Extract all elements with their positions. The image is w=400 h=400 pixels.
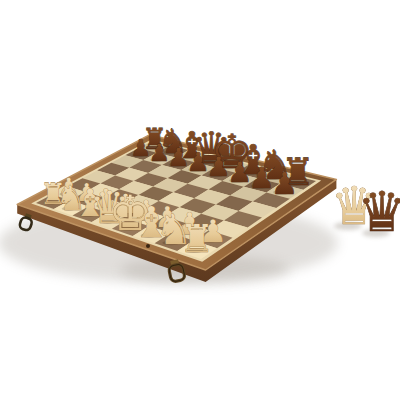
piece-black-pawn-h7: ♟ — [271, 166, 298, 201]
chess-set-photo: ♜♞♝♛♚♝♞♜♟♟♟♟♟♟♟♟♟♟♟♟♟♟♟♟♜♞♝♛♚♝♞♜♛♛ — [0, 0, 400, 400]
chess-scene: ♜♞♝♛♚♝♞♜♟♟♟♟♟♟♟♟♟♟♟♟♟♟♟♟♜♞♝♛♚♝♞♜♛♛ — [0, 0, 400, 400]
piece-white-rook-h1: ♜ — [180, 216, 215, 261]
spare-black-queen: ♛ — [357, 180, 400, 244]
